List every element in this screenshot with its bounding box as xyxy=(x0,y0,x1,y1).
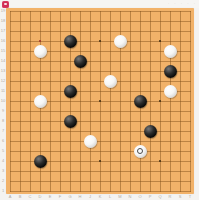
column-label: J xyxy=(86,195,94,199)
grid-line xyxy=(10,141,191,142)
row-label: 10 xyxy=(0,99,6,103)
black-stone-D4 xyxy=(34,155,47,168)
white-stone-R11 xyxy=(164,85,177,98)
white-stone-L12 xyxy=(104,75,117,88)
column-label: B xyxy=(16,195,24,199)
app-icon[interactable] xyxy=(2,1,9,8)
titlebar-marks[interactable]: · · · · · xyxy=(168,1,197,7)
marked-point-dot xyxy=(39,40,41,42)
white-stone-D10 xyxy=(34,95,47,108)
column-label: L xyxy=(106,195,114,199)
column-label: P xyxy=(146,195,154,199)
row-label: 12 xyxy=(0,79,6,83)
black-stone-P7 xyxy=(144,125,157,138)
titlebar: · · · · · xyxy=(0,0,199,8)
row-label: 15 xyxy=(0,49,6,53)
white-stone-M16 xyxy=(114,35,127,48)
column-label: K xyxy=(96,195,104,199)
white-stone-J6 xyxy=(84,135,97,148)
star-point xyxy=(159,160,161,162)
column-label: R xyxy=(166,195,174,199)
star-point xyxy=(99,160,101,162)
star-point xyxy=(99,40,101,42)
row-label: 14 xyxy=(0,59,6,63)
grid-line xyxy=(10,111,191,112)
row-label: 3 xyxy=(0,169,6,173)
column-label: D xyxy=(36,195,44,199)
row-label: 18 xyxy=(0,19,6,23)
row-label: 19 xyxy=(0,9,6,13)
row-label: 2 xyxy=(0,179,6,183)
last-move-marker xyxy=(137,148,143,154)
row-label: 8 xyxy=(0,119,6,123)
grid-line xyxy=(10,131,191,132)
grid-line xyxy=(110,11,111,192)
grid-line xyxy=(190,11,191,192)
grid-line xyxy=(150,11,151,192)
black-stone-G11 xyxy=(64,85,77,98)
row-label: 5 xyxy=(0,149,6,153)
row-label: 9 xyxy=(0,109,6,113)
row-label: 16 xyxy=(0,39,6,43)
column-label: Q xyxy=(156,195,164,199)
grid-line xyxy=(10,121,191,122)
column-label: F xyxy=(56,195,64,199)
column-label: O xyxy=(136,195,144,199)
column-label: S xyxy=(176,195,184,199)
column-label: A xyxy=(6,195,14,199)
column-label: H xyxy=(76,195,84,199)
black-stone-G16 xyxy=(64,35,77,48)
grid-line xyxy=(10,191,191,192)
column-label: C xyxy=(26,195,34,199)
column-label: G xyxy=(66,195,74,199)
star-point xyxy=(159,100,161,102)
row-label: 4 xyxy=(0,159,6,163)
white-stone-O5 xyxy=(134,145,147,158)
black-stone-H14 xyxy=(74,55,87,68)
column-label: E xyxy=(46,195,54,199)
row-label: 1 xyxy=(0,189,6,193)
grid-line xyxy=(180,11,181,192)
row-label: 7 xyxy=(0,129,6,133)
go-board[interactable] xyxy=(6,8,194,194)
black-stone-O10 xyxy=(134,95,147,108)
grid-line xyxy=(10,151,191,152)
black-stone-G8 xyxy=(64,115,77,128)
row-label: 11 xyxy=(0,89,6,93)
row-label: 6 xyxy=(0,139,6,143)
grid-line xyxy=(10,171,191,172)
black-stone-R13 xyxy=(164,65,177,78)
column-label: M xyxy=(116,195,124,199)
grid-line xyxy=(170,11,171,192)
column-label: N xyxy=(126,195,134,199)
go-app-window: · · · · · 19181716151413121110987654321 … xyxy=(0,0,199,200)
white-stone-R15 xyxy=(164,45,177,58)
column-label: T xyxy=(186,195,194,199)
grid-line xyxy=(130,11,131,192)
row-label: 13 xyxy=(0,69,6,73)
row-label: 17 xyxy=(0,29,6,33)
grid-line xyxy=(10,181,191,182)
white-stone-D15 xyxy=(34,45,47,58)
star-point xyxy=(99,100,101,102)
star-point xyxy=(159,40,161,42)
